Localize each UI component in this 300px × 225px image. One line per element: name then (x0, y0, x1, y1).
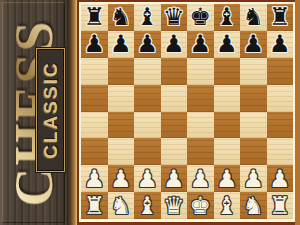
piece-white-bishop[interactable]: ♝ (216, 193, 238, 219)
piece-black-king[interactable]: ♚ (189, 4, 211, 30)
square-e4[interactable] (187, 112, 214, 139)
classic-badge-label: CLASSIC (40, 61, 62, 158)
piece-white-rook[interactable]: ♜ (83, 193, 105, 219)
square-c5[interactable] (134, 85, 161, 112)
square-b3[interactable] (108, 138, 135, 165)
square-b2[interactable]: ♟ (108, 165, 135, 192)
square-b4[interactable] (108, 112, 135, 139)
piece-black-bishop[interactable]: ♝ (136, 4, 158, 30)
piece-black-knight[interactable]: ♞ (242, 4, 264, 30)
square-b6[interactable] (108, 58, 135, 85)
square-g7[interactable]: ♟ (240, 31, 267, 58)
square-a1[interactable]: ♜ (81, 192, 108, 219)
piece-white-king[interactable]: ♚ (189, 193, 211, 219)
square-d4[interactable] (161, 112, 188, 139)
square-g2[interactable]: ♟ (240, 165, 267, 192)
square-d2[interactable]: ♟ (161, 165, 188, 192)
square-a6[interactable] (81, 58, 108, 85)
square-b7[interactable]: ♟ (108, 31, 135, 58)
square-g4[interactable] (240, 112, 267, 139)
square-a7[interactable]: ♟ (81, 31, 108, 58)
square-c1[interactable]: ♝ (134, 192, 161, 219)
square-f3[interactable] (214, 138, 241, 165)
piece-white-knight[interactable]: ♞ (242, 193, 264, 219)
square-d6[interactable] (161, 58, 188, 85)
piece-black-pawn[interactable]: ♟ (216, 31, 238, 57)
piece-white-pawn[interactable]: ♟ (163, 166, 185, 192)
square-a5[interactable] (81, 85, 108, 112)
square-g6[interactable] (240, 58, 267, 85)
piece-black-pawn[interactable]: ♟ (269, 31, 291, 57)
board-frame-right (295, 0, 300, 225)
piece-black-knight[interactable]: ♞ (110, 4, 132, 30)
square-h7[interactable]: ♟ (267, 31, 294, 58)
chess-classic-app: CHESS CLASSIC ♜♞♝♛♚♝♞♜♟♟♟♟♟♟♟♟♟♟♟♟♟♟♟♟♜♞… (0, 0, 300, 225)
square-h8[interactable]: ♜ (267, 4, 294, 31)
square-b8[interactable]: ♞ (108, 4, 135, 31)
square-f2[interactable]: ♟ (214, 165, 241, 192)
square-d3[interactable] (161, 138, 188, 165)
square-h6[interactable] (267, 58, 294, 85)
square-f8[interactable]: ♝ (214, 4, 241, 31)
square-d1[interactable]: ♛ (161, 192, 188, 219)
square-e3[interactable] (187, 138, 214, 165)
piece-black-pawn[interactable]: ♟ (83, 31, 105, 57)
piece-white-pawn[interactable]: ♟ (216, 166, 238, 192)
square-e8[interactable]: ♚ (187, 4, 214, 31)
piece-white-pawn[interactable]: ♟ (136, 166, 158, 192)
square-e1[interactable]: ♚ (187, 192, 214, 219)
piece-white-pawn[interactable]: ♟ (110, 166, 132, 192)
square-d5[interactable] (161, 85, 188, 112)
square-h5[interactable] (267, 85, 294, 112)
classic-badge: CLASSIC (36, 48, 65, 172)
square-e5[interactable] (187, 85, 214, 112)
piece-black-pawn[interactable]: ♟ (242, 31, 264, 57)
square-b5[interactable] (108, 85, 135, 112)
piece-black-queen[interactable]: ♛ (163, 4, 185, 30)
square-c3[interactable] (134, 138, 161, 165)
square-g8[interactable]: ♞ (240, 4, 267, 31)
piece-white-pawn[interactable]: ♟ (189, 166, 211, 192)
square-f7[interactable]: ♟ (214, 31, 241, 58)
square-e2[interactable]: ♟ (187, 165, 214, 192)
piece-black-pawn[interactable]: ♟ (136, 31, 158, 57)
square-g5[interactable] (240, 85, 267, 112)
square-g1[interactable]: ♞ (240, 192, 267, 219)
square-e7[interactable]: ♟ (187, 31, 214, 58)
square-a4[interactable] (81, 112, 108, 139)
square-h2[interactable]: ♟ (267, 165, 294, 192)
piece-white-bishop[interactable]: ♝ (136, 193, 158, 219)
square-h1[interactable]: ♜ (267, 192, 294, 219)
square-a8[interactable]: ♜ (81, 4, 108, 31)
square-h3[interactable] (267, 138, 294, 165)
piece-white-knight[interactable]: ♞ (110, 193, 132, 219)
board-frame-edge (67, 0, 77, 225)
square-c4[interactable] (134, 112, 161, 139)
piece-black-rook[interactable]: ♜ (269, 4, 291, 30)
square-c2[interactable]: ♟ (134, 165, 161, 192)
piece-white-pawn[interactable]: ♟ (83, 166, 105, 192)
square-f6[interactable] (214, 58, 241, 85)
piece-white-pawn[interactable]: ♟ (269, 166, 291, 192)
square-f1[interactable]: ♝ (214, 192, 241, 219)
square-d7[interactable]: ♟ (161, 31, 188, 58)
square-a2[interactable]: ♟ (81, 165, 108, 192)
piece-white-rook[interactable]: ♜ (269, 193, 291, 219)
piece-black-pawn[interactable]: ♟ (163, 31, 185, 57)
square-c8[interactable]: ♝ (134, 4, 161, 31)
square-b1[interactable]: ♞ (108, 192, 135, 219)
left-banner: CHESS CLASSIC (0, 0, 67, 225)
square-g3[interactable] (240, 138, 267, 165)
square-e6[interactable] (187, 58, 214, 85)
square-f4[interactable] (214, 112, 241, 139)
piece-black-pawn[interactable]: ♟ (189, 31, 211, 57)
square-c6[interactable] (134, 58, 161, 85)
piece-white-queen[interactable]: ♛ (163, 193, 185, 219)
piece-white-pawn[interactable]: ♟ (242, 166, 264, 192)
piece-black-bishop[interactable]: ♝ (216, 4, 238, 30)
square-h4[interactable] (267, 112, 294, 139)
square-f5[interactable] (214, 85, 241, 112)
chess-board: ♜♞♝♛♚♝♞♜♟♟♟♟♟♟♟♟♟♟♟♟♟♟♟♟♜♞♝♛♚♝♞♜ (81, 4, 293, 219)
square-a3[interactable] (81, 138, 108, 165)
board-frame: ♜♞♝♛♚♝♞♜♟♟♟♟♟♟♟♟♟♟♟♟♟♟♟♟♜♞♝♛♚♝♞♜ (77, 0, 300, 225)
piece-black-rook[interactable]: ♜ (83, 4, 105, 30)
piece-black-pawn[interactable]: ♟ (110, 31, 132, 57)
square-d8[interactable]: ♛ (161, 4, 188, 31)
square-c7[interactable]: ♟ (134, 31, 161, 58)
